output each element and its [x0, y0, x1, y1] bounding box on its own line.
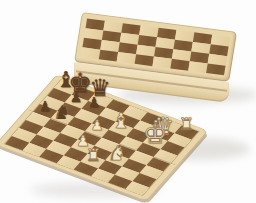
board-square: [206, 63, 225, 75]
board-square: [170, 59, 189, 71]
board-square: [188, 61, 207, 73]
board-square: [135, 54, 154, 66]
chess-set-product-photo: ♝♚♛♟♟♟♞♜♛♝♚♟♟♞♜: [0, 0, 256, 203]
board-square: [99, 50, 118, 62]
board-square: [152, 57, 171, 69]
board-square: [117, 52, 136, 64]
board-square: [81, 47, 100, 59]
